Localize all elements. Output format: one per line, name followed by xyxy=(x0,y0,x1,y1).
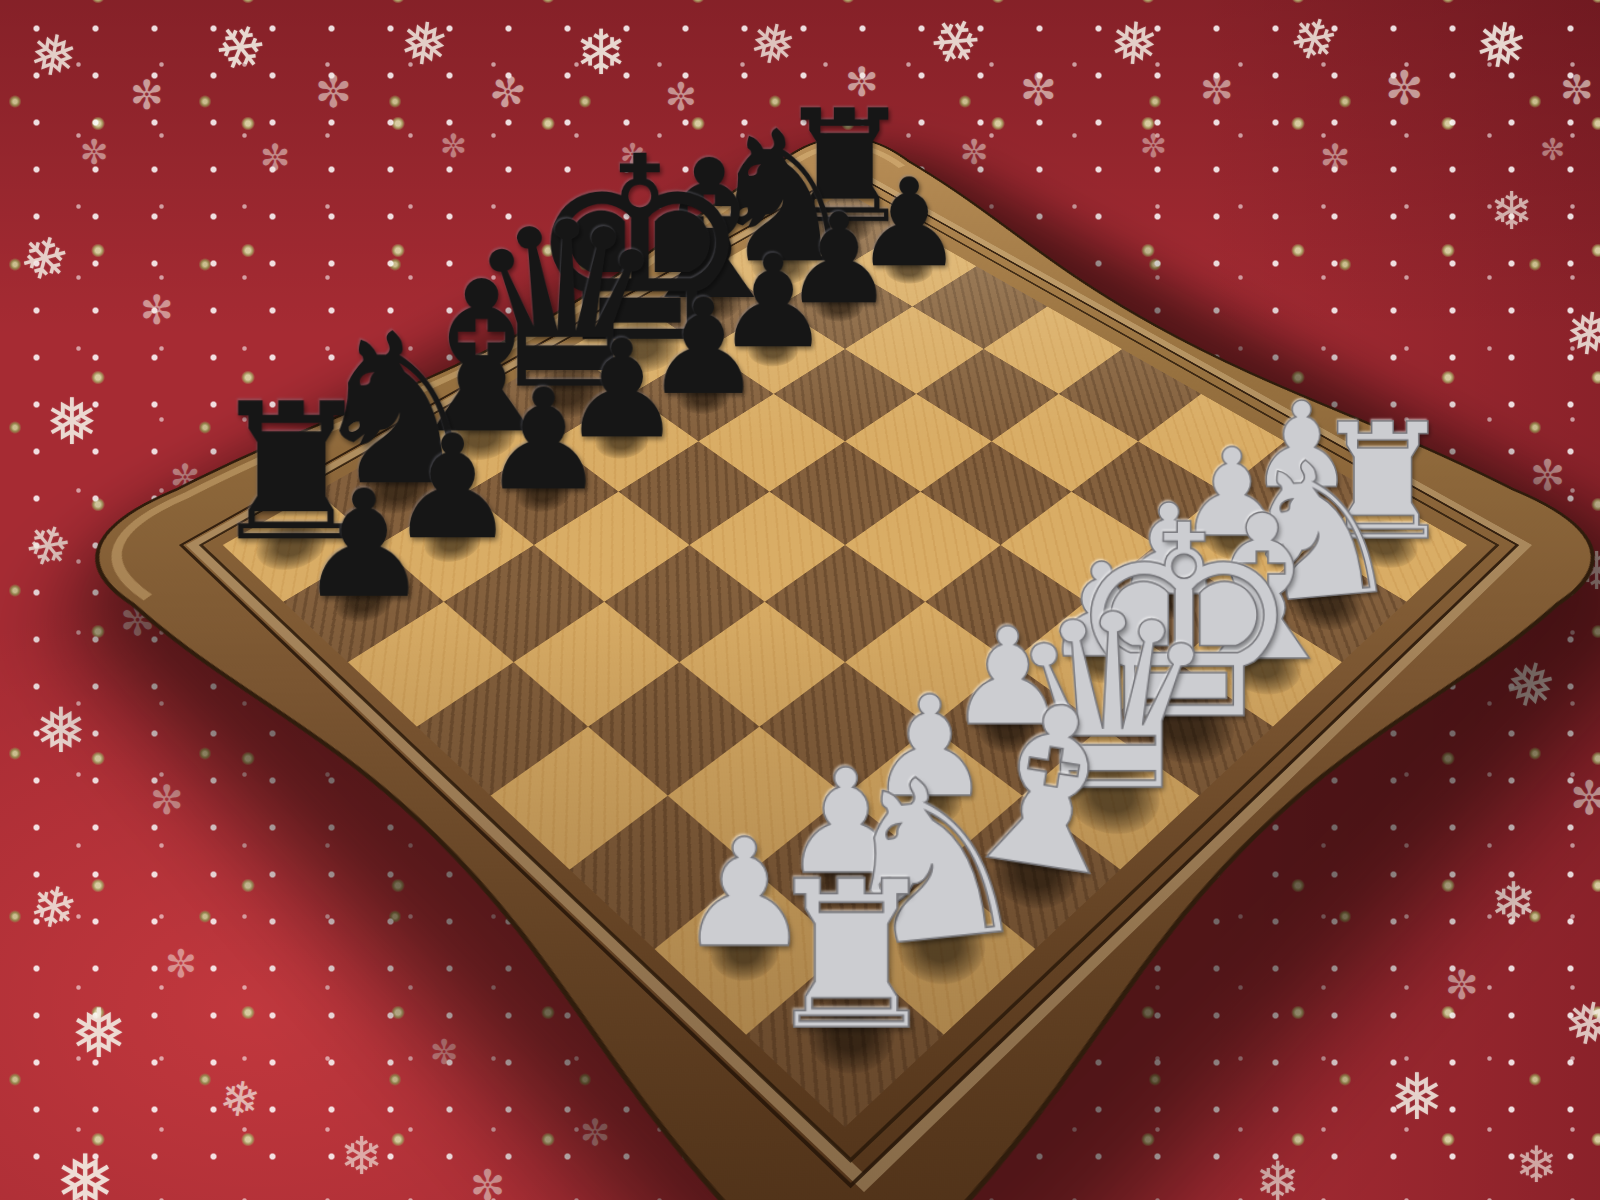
snowflake-icon: ❄ xyxy=(25,876,83,941)
snowflake-icon: ❄ xyxy=(206,11,275,85)
snowflake-icon: ❄ xyxy=(575,22,627,84)
snowflake-icon: ❅ xyxy=(1560,991,1600,1058)
snowflake-icon: ✼ xyxy=(470,1165,505,1200)
snowflake-icon: ❄ xyxy=(920,4,991,80)
snowflake-icon: ❄ xyxy=(1490,875,1537,931)
snowflake-icon: ✼ xyxy=(1540,135,1565,165)
snowflake-icon: ✼ xyxy=(130,75,164,115)
snowflake-icon: ✼ xyxy=(260,140,290,176)
snowflake-icon: ✼ xyxy=(1020,68,1057,112)
snowflake-icon: ❅ xyxy=(25,24,81,87)
snowflake-icon: ❄ xyxy=(1490,185,1534,237)
photo-scene: ❅✼❄✼❅✼❄✼❅✼❄✼❅✼❄✼❅✼✼✼✼✼✼✼✼✼❄✼❅✼❄✼❅✼❄✼❅❄❅❄… xyxy=(0,0,1600,1200)
snowflake-icon: ✼ xyxy=(1445,965,1479,1005)
snowflake-icon: ✼ xyxy=(485,68,530,118)
snowflake-icon: ❅ xyxy=(1390,1065,1444,1129)
snowflake-icon: ✼ xyxy=(150,780,184,820)
snowflake-icon: ❅ xyxy=(1561,302,1600,366)
snowflake-icon: ✼ xyxy=(1560,70,1594,110)
white-rook-glyph: ♜ xyxy=(760,855,942,1058)
snowflake-icon: ✼ xyxy=(140,290,174,330)
snowflake-icon: ❅ xyxy=(1470,11,1532,81)
snowflake-icon: ❅ xyxy=(745,14,800,76)
snowflake-icon: ✼ xyxy=(1385,65,1424,111)
snowflake-icon: ❅ xyxy=(70,1000,127,1068)
snowflake-icon: ✼ xyxy=(1570,775,1600,821)
snowflake-icon: ❅ xyxy=(35,700,87,762)
snowflake-icon: ✼ xyxy=(315,70,352,114)
snowflake-icon: ❅ xyxy=(45,390,99,454)
snowflake-icon: ❄ xyxy=(340,1130,384,1182)
snowflake-icon: ❄ xyxy=(216,1072,264,1126)
snowflake-icon: ✼ xyxy=(1200,70,1234,110)
snowflake-icon: ❄ xyxy=(1255,1155,1300,1200)
snowflake-icon: ❄ xyxy=(1282,6,1344,74)
snowflake-icon: ✼ xyxy=(165,945,197,983)
snowflake-icon: ❄ xyxy=(1515,1140,1557,1190)
snowflake-icon: ❅ xyxy=(1108,13,1161,75)
snowflake-icon: ✼ xyxy=(1140,130,1167,162)
snowflake-icon: ✼ xyxy=(440,130,467,162)
snowflake-icon: ❅ xyxy=(55,1145,115,1200)
black-pawn-glyph: ♟ xyxy=(297,470,430,618)
snowflake-icon: ✼ xyxy=(1320,140,1350,176)
snowflake-icon: ✼ xyxy=(80,135,109,169)
snowflake-icon: ❅ xyxy=(396,12,452,76)
snowflake-icon: ❄ xyxy=(13,225,75,294)
